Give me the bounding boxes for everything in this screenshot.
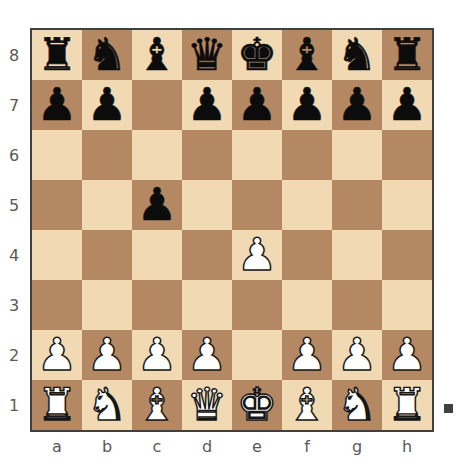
square-c2: ♟ (132, 330, 182, 380)
square-a1: ♜ (32, 380, 82, 430)
square-e8: ♚ (232, 30, 282, 80)
piece-black-king: ♚ (232, 30, 282, 80)
square-f8: ♝ (282, 30, 332, 80)
piece-white-bishop: ♝ (132, 380, 182, 430)
piece-black-queen: ♛ (182, 30, 232, 80)
square-a4 (32, 230, 82, 280)
square-b4 (82, 230, 132, 280)
rank-label-5: 5 (0, 180, 28, 230)
square-h7: ♟ (382, 80, 432, 130)
square-h6 (382, 130, 432, 180)
piece-white-pawn: ♟ (232, 230, 282, 280)
file-label-b: b (82, 434, 132, 458)
rank-label-1: 1 (0, 380, 28, 430)
chess-board: ♜♞♝♛♚♝♞♜♟♟♟♟♟♟♟♟♟♟♟♟♟♟♟♟♜♞♝♛♚♝♞♜ (32, 30, 432, 430)
file-label-d: d (182, 434, 232, 458)
piece-white-rook: ♜ (382, 380, 432, 430)
square-f2: ♟ (282, 330, 332, 380)
chess-diagram-page: 87654321 ♜♞♝♛♚♝♞♜♟♟♟♟♟♟♟♟♟♟♟♟♟♟♟♟♜♞♝♛♚♝♞… (0, 0, 464, 464)
square-b3 (82, 280, 132, 330)
square-d4 (182, 230, 232, 280)
square-d3 (182, 280, 232, 330)
square-e3 (232, 280, 282, 330)
square-g4 (332, 230, 382, 280)
square-g6 (332, 130, 382, 180)
square-h8: ♜ (382, 30, 432, 80)
square-b7: ♟ (82, 80, 132, 130)
square-b1: ♞ (82, 380, 132, 430)
piece-black-pawn: ♟ (82, 80, 132, 130)
square-c3 (132, 280, 182, 330)
piece-black-pawn: ♟ (232, 80, 282, 130)
piece-white-pawn: ♟ (332, 330, 382, 380)
square-b2: ♟ (82, 330, 132, 380)
piece-black-pawn: ♟ (182, 80, 232, 130)
square-g1: ♞ (332, 380, 382, 430)
piece-black-pawn: ♟ (132, 180, 182, 230)
square-f5 (282, 180, 332, 230)
square-d1: ♛ (182, 380, 232, 430)
square-f6 (282, 130, 332, 180)
square-e4: ♟ (232, 230, 282, 280)
square-a8: ♜ (32, 30, 82, 80)
square-c4 (132, 230, 182, 280)
square-a3 (32, 280, 82, 330)
square-b6 (82, 130, 132, 180)
piece-black-pawn: ♟ (332, 80, 382, 130)
square-c7 (132, 80, 182, 130)
square-h5 (382, 180, 432, 230)
square-d8: ♛ (182, 30, 232, 80)
square-f3 (282, 280, 332, 330)
piece-black-rook: ♜ (32, 30, 82, 80)
rank-label-3: 3 (0, 280, 28, 330)
piece-black-pawn: ♟ (382, 80, 432, 130)
file-label-g: g (332, 434, 382, 458)
rank-label-2: 2 (0, 330, 28, 380)
file-label-a: a (32, 434, 82, 458)
square-c1: ♝ (132, 380, 182, 430)
square-g3 (332, 280, 382, 330)
file-label-f: f (282, 434, 332, 458)
square-g5 (332, 180, 382, 230)
file-labels: abcdefgh (32, 434, 432, 458)
square-b8: ♞ (82, 30, 132, 80)
square-c8: ♝ (132, 30, 182, 80)
piece-white-knight: ♞ (82, 380, 132, 430)
square-f7: ♟ (282, 80, 332, 130)
piece-black-pawn: ♟ (32, 80, 82, 130)
piece-white-pawn: ♟ (282, 330, 332, 380)
square-h3 (382, 280, 432, 330)
piece-white-pawn: ♟ (382, 330, 432, 380)
square-f1: ♝ (282, 380, 332, 430)
file-label-c: c (132, 434, 182, 458)
square-e5 (232, 180, 282, 230)
rank-labels: 87654321 (0, 30, 28, 430)
square-g2: ♟ (332, 330, 382, 380)
square-c6 (132, 130, 182, 180)
piece-white-bishop: ♝ (282, 380, 332, 430)
piece-white-king: ♚ (232, 380, 282, 430)
square-d5 (182, 180, 232, 230)
square-f4 (282, 230, 332, 280)
side-to-move-marker (444, 404, 453, 413)
square-e1: ♚ (232, 380, 282, 430)
square-d7: ♟ (182, 80, 232, 130)
square-d2: ♟ (182, 330, 232, 380)
square-a5 (32, 180, 82, 230)
piece-white-knight: ♞ (332, 380, 382, 430)
file-label-h: h (382, 434, 432, 458)
file-label-e: e (232, 434, 282, 458)
rank-label-4: 4 (0, 230, 28, 280)
piece-black-bishop: ♝ (132, 30, 182, 80)
piece-black-pawn: ♟ (282, 80, 332, 130)
piece-white-pawn: ♟ (82, 330, 132, 380)
square-h1: ♜ (382, 380, 432, 430)
square-e6 (232, 130, 282, 180)
square-g8: ♞ (332, 30, 382, 80)
piece-white-pawn: ♟ (32, 330, 82, 380)
square-a7: ♟ (32, 80, 82, 130)
piece-white-queen: ♛ (182, 380, 232, 430)
square-b5 (82, 180, 132, 230)
square-a2: ♟ (32, 330, 82, 380)
piece-black-bishop: ♝ (282, 30, 332, 80)
square-e7: ♟ (232, 80, 282, 130)
piece-white-pawn: ♟ (182, 330, 232, 380)
square-g7: ♟ (332, 80, 382, 130)
piece-black-knight: ♞ (82, 30, 132, 80)
square-h4 (382, 230, 432, 280)
square-e2 (232, 330, 282, 380)
rank-label-7: 7 (0, 80, 28, 130)
rank-label-6: 6 (0, 130, 28, 180)
board-frame: ♜♞♝♛♚♝♞♜♟♟♟♟♟♟♟♟♟♟♟♟♟♟♟♟♜♞♝♛♚♝♞♜ (30, 28, 434, 432)
piece-white-pawn: ♟ (132, 330, 182, 380)
square-d6 (182, 130, 232, 180)
square-c5: ♟ (132, 180, 182, 230)
piece-black-knight: ♞ (332, 30, 382, 80)
piece-white-rook: ♜ (32, 380, 82, 430)
rank-label-8: 8 (0, 30, 28, 80)
piece-black-rook: ♜ (382, 30, 432, 80)
square-h2: ♟ (382, 330, 432, 380)
square-a6 (32, 130, 82, 180)
